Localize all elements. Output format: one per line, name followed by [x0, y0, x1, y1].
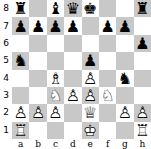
file-label-h: h [139, 139, 145, 149]
square-a4[interactable] [12, 70, 29, 87]
square-d5[interactable] [64, 52, 81, 69]
square-b4[interactable] [29, 70, 46, 87]
file-label-f: f [106, 139, 109, 149]
square-g4[interactable]: ♞ [116, 70, 133, 87]
rank-label-2: 2 [3, 108, 9, 117]
square-b6[interactable] [29, 35, 46, 52]
square-c1[interactable] [47, 122, 64, 139]
rank-label-7: 7 [3, 22, 9, 31]
square-e2[interactable]: ♛♕ [82, 104, 99, 121]
square-c5[interactable] [47, 52, 64, 69]
square-f1[interactable] [99, 122, 116, 139]
square-h1[interactable]: ♜♖ [134, 122, 151, 139]
white-pawn: ♙ [118, 104, 132, 121]
white-pawn: ♙ [83, 70, 97, 87]
square-f2[interactable] [99, 104, 116, 121]
square-e5[interactable]: ♟ [82, 52, 99, 69]
rank-label-8: 8 [3, 4, 9, 13]
white-pawn: ♙ [48, 104, 62, 121]
black-pawn: ♟ [100, 18, 114, 35]
square-f3[interactable]: ♞♘ [99, 87, 116, 104]
square-d1[interactable] [64, 122, 81, 139]
square-e1[interactable]: ♚♔ [82, 122, 99, 139]
square-f7[interactable]: ♟ [99, 17, 116, 34]
rank-label-6: 6 [3, 39, 9, 48]
square-d2[interactable] [64, 104, 81, 121]
chess-board: ♜♝♛♚♜♟♟♟♟♟♟♟♞♟♝♗♟♙♞♞♘♟♙♟♙♞♘♟♙♟♙♟♙♛♕♟♙♟♙♜… [12, 0, 151, 139]
square-h5[interactable] [134, 52, 151, 69]
square-c4[interactable]: ♝♗ [47, 70, 64, 87]
square-e6[interactable] [82, 35, 99, 52]
square-g7[interactable]: ♟ [116, 17, 133, 34]
square-b3[interactable] [29, 87, 46, 104]
square-e8[interactable]: ♚ [82, 0, 99, 17]
square-d4[interactable] [64, 70, 81, 87]
rank-label-4: 4 [3, 74, 9, 83]
black-king: ♚ [83, 0, 97, 17]
black-pawn: ♟ [14, 18, 28, 35]
white-pawn: ♙ [135, 104, 149, 121]
white-queen: ♕ [83, 104, 97, 121]
chess-diagram: 87654321 ♜♝♛♚♜♟♟♟♟♟♟♟♞♟♝♗♟♙♞♞♘♟♙♟♙♞♘♟♙♟♙… [0, 0, 151, 149]
white-pawn: ♙ [83, 87, 97, 104]
square-g6[interactable] [116, 35, 133, 52]
square-g5[interactable] [116, 52, 133, 69]
square-b5[interactable] [29, 52, 46, 69]
square-h6[interactable]: ♟ [134, 35, 151, 52]
square-d7[interactable]: ♟ [64, 17, 81, 34]
file-label-g: g [122, 139, 128, 149]
square-a7[interactable]: ♟ [12, 17, 29, 34]
rank-labels: 87654321 [0, 0, 12, 139]
square-a1[interactable]: ♜♖ [12, 122, 29, 139]
square-d6[interactable] [64, 35, 81, 52]
square-c3[interactable]: ♞♘ [47, 87, 64, 104]
file-labels: abcdefgh [12, 139, 151, 149]
black-pawn: ♟ [83, 52, 97, 69]
square-a3[interactable] [12, 87, 29, 104]
white-knight: ♘ [100, 87, 114, 104]
square-g3[interactable] [116, 87, 133, 104]
file-label-b: b [35, 139, 41, 149]
square-h2[interactable]: ♟♙ [134, 104, 151, 121]
file-label-c: c [53, 139, 58, 149]
white-rook: ♖ [14, 122, 28, 139]
black-pawn: ♟ [31, 18, 45, 35]
square-f6[interactable] [99, 35, 116, 52]
square-e7[interactable] [82, 17, 99, 34]
black-knight: ♞ [14, 52, 28, 69]
square-e4[interactable]: ♟♙ [82, 70, 99, 87]
corner-spacer [0, 139, 12, 149]
square-c7[interactable]: ♟ [47, 17, 64, 34]
white-bishop: ♗ [48, 70, 62, 87]
square-e3[interactable]: ♟♙ [82, 87, 99, 104]
rank-label-5: 5 [3, 56, 9, 65]
square-a8[interactable]: ♜ [12, 0, 29, 17]
square-h7[interactable] [134, 17, 151, 34]
file-label-a: a [18, 139, 23, 149]
square-h3[interactable] [134, 87, 151, 104]
square-g8[interactable] [116, 0, 133, 17]
white-rook: ♖ [135, 122, 149, 139]
rank-label-1: 1 [3, 126, 9, 135]
black-pawn: ♟ [66, 18, 80, 35]
black-pawn: ♟ [118, 18, 132, 35]
black-knight: ♞ [118, 70, 132, 87]
square-a5[interactable]: ♞ [12, 52, 29, 69]
black-bishop: ♝ [48, 0, 62, 17]
square-h4[interactable] [134, 70, 151, 87]
square-d3[interactable]: ♟♙ [64, 87, 81, 104]
black-pawn: ♟ [135, 35, 149, 52]
black-queen: ♛ [66, 0, 80, 17]
square-g1[interactable] [116, 122, 133, 139]
square-c2[interactable]: ♟♙ [47, 104, 64, 121]
black-pawn: ♟ [48, 18, 62, 35]
black-rook: ♜ [135, 0, 149, 17]
square-a2[interactable]: ♟♙ [12, 104, 29, 121]
white-pawn: ♙ [66, 87, 80, 104]
black-rook: ♜ [14, 0, 28, 17]
rank-label-3: 3 [3, 91, 9, 100]
file-label-d: d [70, 139, 76, 149]
white-pawn: ♙ [14, 104, 28, 121]
square-f5[interactable] [99, 52, 116, 69]
square-b1[interactable] [29, 122, 46, 139]
square-a6[interactable] [12, 35, 29, 52]
square-g2[interactable]: ♟♙ [116, 104, 133, 121]
square-c8[interactable]: ♝ [47, 0, 64, 17]
square-c6[interactable] [47, 35, 64, 52]
square-h8[interactable]: ♜ [134, 0, 151, 17]
square-b7[interactable]: ♟ [29, 17, 46, 34]
file-label-e: e [88, 139, 93, 149]
square-b2[interactable]: ♟♙ [29, 104, 46, 121]
square-f4[interactable] [99, 70, 116, 87]
square-f8[interactable] [99, 0, 116, 17]
square-d8[interactable]: ♛ [64, 0, 81, 17]
white-pawn: ♙ [31, 104, 45, 121]
white-king: ♔ [83, 122, 97, 139]
square-b8[interactable] [29, 0, 46, 17]
white-knight: ♘ [48, 87, 62, 104]
